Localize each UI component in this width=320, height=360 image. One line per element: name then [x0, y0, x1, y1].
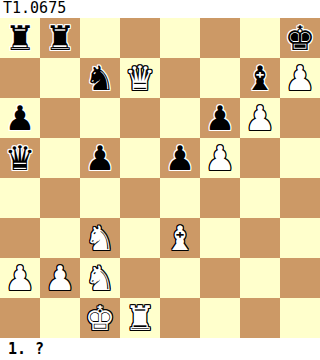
- square-e8[interactable]: [160, 18, 200, 58]
- piece-white-pawn[interactable]: ♟: [200, 138, 240, 178]
- piece-white-rook[interactable]: ♜: [120, 298, 160, 338]
- square-g6[interactable]: ♟: [240, 98, 280, 138]
- piece-black-queen[interactable]: ♛: [0, 138, 40, 178]
- square-g5[interactable]: [240, 138, 280, 178]
- piece-black-knight[interactable]: ♞: [80, 58, 120, 98]
- square-b5[interactable]: [40, 138, 80, 178]
- square-a7[interactable]: [0, 58, 40, 98]
- square-d6[interactable]: [120, 98, 160, 138]
- square-a6[interactable]: ♟: [0, 98, 40, 138]
- square-h3[interactable]: [280, 218, 320, 258]
- square-b4[interactable]: [40, 178, 80, 218]
- chess-board: ♜♜♚♞♛♝♟♟♟♟♛♟♟♟♞♝♟♟♞♚♜: [0, 18, 320, 338]
- square-c4[interactable]: [80, 178, 120, 218]
- square-d2[interactable]: [120, 258, 160, 298]
- square-a3[interactable]: [0, 218, 40, 258]
- square-b1[interactable]: [40, 298, 80, 338]
- square-d3[interactable]: [120, 218, 160, 258]
- square-c5[interactable]: ♟: [80, 138, 120, 178]
- square-f8[interactable]: [200, 18, 240, 58]
- square-d4[interactable]: [120, 178, 160, 218]
- square-g8[interactable]: [240, 18, 280, 58]
- square-b7[interactable]: [40, 58, 80, 98]
- puzzle-title: T1.0675: [0, 0, 320, 18]
- square-b2[interactable]: ♟: [40, 258, 80, 298]
- square-h6[interactable]: [280, 98, 320, 138]
- piece-black-pawn[interactable]: ♟: [0, 98, 40, 138]
- square-f1[interactable]: [200, 298, 240, 338]
- square-f7[interactable]: [200, 58, 240, 98]
- piece-white-pawn[interactable]: ♟: [280, 58, 320, 98]
- piece-black-pawn[interactable]: ♟: [160, 138, 200, 178]
- piece-black-rook[interactable]: ♜: [40, 18, 80, 58]
- square-b3[interactable]: [40, 218, 80, 258]
- piece-black-king[interactable]: ♚: [280, 18, 320, 58]
- piece-white-queen[interactable]: ♛: [120, 58, 160, 98]
- square-e6[interactable]: [160, 98, 200, 138]
- square-f4[interactable]: [200, 178, 240, 218]
- square-d5[interactable]: [120, 138, 160, 178]
- square-d1[interactable]: ♜: [120, 298, 160, 338]
- square-h5[interactable]: [280, 138, 320, 178]
- square-b6[interactable]: [40, 98, 80, 138]
- square-g3[interactable]: [240, 218, 280, 258]
- piece-white-pawn[interactable]: ♟: [240, 98, 280, 138]
- square-e5[interactable]: ♟: [160, 138, 200, 178]
- square-a2[interactable]: ♟: [0, 258, 40, 298]
- square-h2[interactable]: [280, 258, 320, 298]
- piece-white-knight[interactable]: ♞: [80, 258, 120, 298]
- square-c8[interactable]: [80, 18, 120, 58]
- square-f6[interactable]: ♟: [200, 98, 240, 138]
- square-h4[interactable]: [280, 178, 320, 218]
- square-e3[interactable]: ♝: [160, 218, 200, 258]
- piece-white-bishop[interactable]: ♝: [160, 218, 200, 258]
- square-h8[interactable]: ♚: [280, 18, 320, 58]
- piece-white-pawn[interactable]: ♟: [0, 258, 40, 298]
- piece-black-pawn[interactable]: ♟: [80, 138, 120, 178]
- square-f2[interactable]: [200, 258, 240, 298]
- piece-black-bishop[interactable]: ♝: [240, 58, 280, 98]
- square-d7[interactable]: ♛: [120, 58, 160, 98]
- square-c6[interactable]: [80, 98, 120, 138]
- square-c1[interactable]: ♚: [80, 298, 120, 338]
- square-c3[interactable]: ♞: [80, 218, 120, 258]
- square-g4[interactable]: [240, 178, 280, 218]
- square-d8[interactable]: [120, 18, 160, 58]
- square-e4[interactable]: [160, 178, 200, 218]
- square-c2[interactable]: ♞: [80, 258, 120, 298]
- square-e2[interactable]: [160, 258, 200, 298]
- square-b8[interactable]: ♜: [40, 18, 80, 58]
- square-g1[interactable]: [240, 298, 280, 338]
- piece-white-pawn[interactable]: ♟: [40, 258, 80, 298]
- piece-white-knight[interactable]: ♞: [80, 218, 120, 258]
- piece-black-rook[interactable]: ♜: [0, 18, 40, 58]
- square-h7[interactable]: ♟: [280, 58, 320, 98]
- square-a4[interactable]: [0, 178, 40, 218]
- square-h1[interactable]: [280, 298, 320, 338]
- square-f5[interactable]: ♟: [200, 138, 240, 178]
- piece-white-king[interactable]: ♚: [80, 298, 120, 338]
- square-g7[interactable]: ♝: [240, 58, 280, 98]
- square-e7[interactable]: [160, 58, 200, 98]
- square-g2[interactable]: [240, 258, 280, 298]
- square-c7[interactable]: ♞: [80, 58, 120, 98]
- move-prompt: 1. ?: [0, 338, 320, 360]
- square-e1[interactable]: [160, 298, 200, 338]
- square-f3[interactable]: [200, 218, 240, 258]
- square-a1[interactable]: [0, 298, 40, 338]
- piece-black-pawn[interactable]: ♟: [200, 98, 240, 138]
- square-a8[interactable]: ♜: [0, 18, 40, 58]
- square-a5[interactable]: ♛: [0, 138, 40, 178]
